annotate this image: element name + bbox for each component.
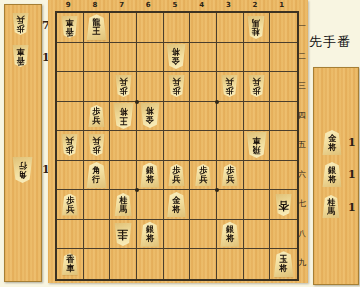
shogi-piece-龍王-sente[interactable]: 龍王 — [86, 14, 107, 40]
piece-kanji: 香 — [66, 27, 74, 36]
piece-kanji: 歩 — [226, 86, 234, 95]
shogi-piece-歩兵-gote[interactable]: 歩兵 — [88, 134, 105, 156]
square-9四[interactable] — [57, 102, 84, 132]
piece-kanji: 将 — [146, 234, 154, 243]
shogi-piece-桂馬-sente[interactable]: 桂馬 — [322, 195, 340, 218]
piece-kanji: 将 — [119, 107, 127, 116]
shogi-piece-香車-gote[interactable]: 香車 — [12, 45, 29, 67]
square-1三[interactable] — [270, 72, 297, 102]
square-2三[interactable]: 歩兵 — [244, 72, 271, 102]
square-8四[interactable]: 歩兵 — [84, 102, 111, 132]
square-6八[interactable]: 銀将 — [137, 220, 164, 250]
square-3八[interactable]: 銀将 — [217, 220, 244, 250]
piece-kanji: 兵 — [252, 77, 260, 86]
piece-kanji: 飛 — [252, 145, 260, 154]
square-8六[interactable]: 角行 — [84, 161, 111, 191]
shogi-piece-歩兵-gote[interactable]: 歩兵 — [221, 75, 238, 97]
piece-kanji: 車 — [66, 18, 74, 27]
square-5八[interactable] — [164, 220, 191, 250]
square-5九[interactable] — [164, 249, 191, 279]
square-1四[interactable] — [270, 102, 297, 132]
piece-kanji: 馬 — [252, 18, 260, 27]
square-1七[interactable]: 杏 — [270, 190, 297, 220]
square-4九[interactable] — [190, 249, 217, 279]
piece-kanji: 行 — [92, 175, 100, 184]
shogi-piece-角行-sente[interactable]: 角行 — [86, 162, 107, 188]
square-9七[interactable]: 歩兵 — [57, 190, 84, 220]
piece-kanji: 車 — [66, 264, 74, 273]
square-8七[interactable] — [84, 190, 111, 220]
piece-kanji: 金 — [146, 116, 154, 125]
file-label-3: 3 — [218, 1, 238, 9]
piece-kanji: 行 — [18, 161, 26, 170]
sente-hand-tray: 金将1銀将1桂馬1 — [313, 67, 359, 285]
shogi-piece-金将-sente[interactable]: 金将 — [322, 130, 342, 155]
square-2七[interactable] — [244, 190, 271, 220]
square-6九[interactable] — [137, 249, 164, 279]
square-9二[interactable] — [57, 43, 84, 73]
square-5四[interactable] — [164, 102, 191, 132]
piece-kanji: 兵 — [199, 175, 207, 184]
file-label-7: 7 — [112, 1, 132, 9]
square-2八[interactable] — [244, 220, 271, 250]
piece-kanji: 車 — [16, 47, 24, 56]
piece-kanji: 兵 — [172, 175, 180, 184]
square-3四[interactable] — [217, 102, 244, 132]
square-7七[interactable]: 桂馬 — [110, 190, 137, 220]
square-1五[interactable] — [270, 131, 297, 161]
file-label-1: 1 — [272, 1, 292, 9]
piece-kanji: 香 — [16, 56, 24, 65]
square-4二[interactable] — [190, 43, 217, 73]
piece-kanji: 歩 — [119, 86, 127, 95]
shogi-piece-金将-gote[interactable]: 金将 — [140, 103, 160, 128]
hand-count-金将: 1 — [348, 136, 356, 149]
shogi-piece-歩兵-sente[interactable]: 歩兵 — [195, 164, 212, 186]
piece-kanji: 兵 — [92, 136, 100, 145]
square-9六[interactable] — [57, 161, 84, 191]
shogi-piece-成桂-gote[interactable]: 圭 — [114, 223, 132, 246]
square-1八[interactable] — [270, 220, 297, 250]
hand-count-桂馬: 1 — [348, 201, 356, 214]
square-8九[interactable] — [84, 249, 111, 279]
square-1九[interactable]: 玉将 — [270, 249, 297, 279]
square-4七[interactable] — [190, 190, 217, 220]
square-4五[interactable] — [190, 131, 217, 161]
square-6三[interactable] — [137, 72, 164, 102]
piece-kanji: 歩 — [252, 86, 260, 95]
gote-hand-tray: 歩兵7香車1角行1 — [4, 4, 42, 282]
square-4八[interactable] — [190, 220, 217, 250]
shogi-piece-角行-gote[interactable]: 角行 — [12, 157, 33, 183]
square-9五[interactable]: 歩兵 — [57, 131, 84, 161]
square-5一[interactable] — [164, 13, 191, 43]
shogi-piece-香車-gote[interactable]: 香車 — [61, 16, 78, 38]
piece-kanji: 馬 — [119, 205, 127, 214]
piece-kanji: 杏 — [278, 199, 288, 211]
square-2六[interactable] — [244, 161, 271, 191]
piece-kanji: 馬 — [327, 207, 335, 216]
shogi-piece-銀将-sente[interactable]: 銀将 — [322, 162, 342, 187]
square-8一[interactable]: 龍王 — [84, 13, 111, 43]
piece-kanji: 兵 — [16, 15, 24, 24]
shogi-piece-金将-sente[interactable]: 金将 — [166, 192, 186, 217]
file-label-8: 8 — [85, 1, 105, 9]
shogi-piece-金将-gote[interactable]: 金将 — [166, 44, 186, 69]
shogi-piece-玉将-sente[interactable]: 玉将 — [273, 251, 294, 277]
square-1一[interactable] — [270, 13, 297, 43]
piece-kanji: 将 — [328, 175, 336, 184]
shogi-piece-歩兵-gote[interactable]: 歩兵 — [168, 75, 185, 97]
shogi-piece-歩兵-sente[interactable]: 歩兵 — [61, 194, 78, 216]
square-6四[interactable]: 金将 — [137, 102, 164, 132]
square-9一[interactable]: 香車 — [57, 13, 84, 43]
file-label-5: 5 — [165, 1, 185, 9]
shogi-piece-成香-gote[interactable]: 杏 — [275, 194, 292, 216]
square-4四[interactable] — [190, 102, 217, 132]
piece-kanji: 兵 — [66, 205, 74, 214]
square-7三[interactable]: 歩兵 — [110, 72, 137, 102]
square-3五[interactable] — [217, 131, 244, 161]
square-4一[interactable] — [190, 13, 217, 43]
piece-kanji: 兵 — [226, 175, 234, 184]
piece-kanji: 将 — [226, 234, 234, 243]
piece-kanji: 兵 — [226, 77, 234, 86]
square-5五[interactable] — [164, 131, 191, 161]
piece-kanji: 将 — [280, 264, 288, 273]
square-3三[interactable]: 歩兵 — [217, 72, 244, 102]
piece-kanji: 車 — [252, 136, 260, 145]
square-4三[interactable] — [190, 72, 217, 102]
square-6六[interactable]: 銀将 — [137, 161, 164, 191]
square-8五[interactable]: 歩兵 — [84, 131, 111, 161]
square-7五[interactable] — [110, 131, 137, 161]
square-7九[interactable] — [110, 249, 137, 279]
piece-kanji: 将 — [328, 143, 336, 152]
piece-kanji: 将 — [172, 48, 180, 57]
turn-indicator: 先手番 — [309, 33, 359, 51]
piece-kanji: 歩 — [66, 145, 74, 154]
square-1六[interactable] — [270, 161, 297, 191]
shogi-piece-歩兵-sente[interactable]: 歩兵 — [168, 164, 185, 186]
star-point — [215, 188, 219, 192]
piece-kanji: 将 — [172, 205, 180, 214]
piece-kanji: 歩 — [172, 86, 180, 95]
square-3一[interactable] — [217, 13, 244, 43]
shogi-piece-歩兵-gote[interactable]: 歩兵 — [12, 13, 29, 35]
shogi-piece-歩兵-gote[interactable]: 歩兵 — [61, 134, 78, 156]
square-9三[interactable] — [57, 72, 84, 102]
square-8三[interactable] — [84, 72, 111, 102]
square-5三[interactable]: 歩兵 — [164, 72, 191, 102]
square-7一[interactable] — [110, 13, 137, 43]
square-2九[interactable] — [244, 249, 271, 279]
square-2四[interactable] — [244, 102, 271, 132]
square-5二[interactable]: 金将 — [164, 43, 191, 73]
piece-kanji: 兵 — [92, 116, 100, 125]
piece-kanji: 圭 — [118, 228, 128, 240]
shogi-board-panel: 987654321 一二三四五六七八九 香車龍王桂馬金将歩兵歩兵歩兵歩兵歩兵王将… — [48, 0, 308, 283]
shogi-piece-桂馬-sente[interactable]: 桂馬 — [114, 193, 132, 216]
shogi-piece-桂馬-gote[interactable]: 桂馬 — [247, 16, 265, 39]
piece-kanji: 兵 — [119, 77, 127, 86]
file-label-4: 4 — [192, 1, 212, 9]
square-2二[interactable] — [244, 43, 271, 73]
shogi-piece-銀将-sente[interactable]: 銀将 — [140, 163, 160, 188]
square-9九[interactable]: 香車 — [57, 249, 84, 279]
file-label-9: 9 — [58, 1, 78, 9]
shogi-piece-銀将-sente[interactable]: 銀将 — [140, 222, 160, 247]
piece-kanji: 王 — [119, 116, 127, 125]
square-6七[interactable] — [137, 190, 164, 220]
square-3九[interactable] — [217, 249, 244, 279]
square-5六[interactable]: 歩兵 — [164, 161, 191, 191]
piece-kanji: 王 — [92, 27, 100, 36]
star-point — [135, 188, 139, 192]
file-label-2: 2 — [245, 1, 265, 9]
file-label-6: 6 — [138, 1, 158, 9]
square-7二[interactable] — [110, 43, 137, 73]
square-2一[interactable]: 桂馬 — [244, 13, 271, 43]
piece-kanji: 兵 — [66, 136, 74, 145]
shogi-piece-銀将-sente[interactable]: 銀将 — [220, 222, 240, 247]
square-4六[interactable]: 歩兵 — [190, 161, 217, 191]
square-7四[interactable]: 王将 — [110, 102, 137, 132]
shogi-piece-歩兵-gote[interactable]: 歩兵 — [248, 75, 265, 97]
shogi-board-grid: 香車龍王桂馬金将歩兵歩兵歩兵歩兵歩兵王将金将歩兵歩兵飛車角行銀将歩兵歩兵歩兵歩兵… — [55, 11, 299, 281]
shogi-piece-歩兵-gote[interactable]: 歩兵 — [115, 75, 132, 97]
shogi-diagram: 歩兵7香車1角行1 987654321 一二三四五六七八九 香車龍王桂馬金将歩兵… — [0, 0, 360, 287]
square-7六[interactable] — [110, 161, 137, 191]
star-point — [215, 100, 219, 104]
piece-kanji: 歩 — [16, 24, 24, 33]
square-7八[interactable]: 圭 — [110, 220, 137, 250]
piece-kanji: 将 — [146, 107, 154, 116]
square-8八[interactable] — [84, 220, 111, 250]
piece-kanji: 桂 — [252, 27, 260, 36]
hand-count-銀将: 1 — [348, 168, 356, 181]
shogi-piece-歩兵-sente[interactable]: 歩兵 — [88, 105, 105, 127]
square-9八[interactable] — [57, 220, 84, 250]
star-point — [135, 100, 139, 104]
square-8二[interactable] — [84, 43, 111, 73]
shogi-piece-香車-sente[interactable]: 香車 — [61, 253, 78, 275]
shogi-piece-飛車-gote[interactable]: 飛車 — [246, 132, 267, 158]
shogi-piece-歩兵-sente[interactable]: 歩兵 — [221, 164, 238, 186]
square-6二[interactable] — [137, 43, 164, 73]
piece-kanji: 歩 — [92, 145, 100, 154]
piece-kanji: 兵 — [172, 77, 180, 86]
square-2五[interactable]: 飛車 — [244, 131, 271, 161]
square-6一[interactable] — [137, 13, 164, 43]
piece-kanji: 将 — [146, 175, 154, 184]
piece-kanji: 金 — [172, 57, 180, 66]
shogi-piece-王将-gote[interactable]: 王将 — [113, 103, 134, 129]
square-3二[interactable] — [217, 43, 244, 73]
square-3六[interactable]: 歩兵 — [217, 161, 244, 191]
square-5七[interactable]: 金将 — [164, 190, 191, 220]
square-6五[interactable] — [137, 131, 164, 161]
square-1二[interactable] — [270, 43, 297, 73]
square-3七[interactable] — [217, 190, 244, 220]
piece-kanji: 角 — [18, 170, 26, 179]
